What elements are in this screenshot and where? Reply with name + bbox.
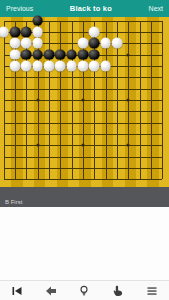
white-stone: [32, 38, 43, 49]
hint-bulb-icon[interactable]: [77, 284, 91, 298]
hoshi-point: [127, 144, 130, 147]
white-stone: [78, 38, 89, 49]
board-grid-line: [4, 111, 163, 112]
white-stone: [10, 61, 21, 72]
app-screen: Previous Black to ko Next B First: [0, 0, 169, 300]
hoshi-point: [82, 144, 85, 147]
back-icon[interactable]: [44, 284, 58, 298]
board-grid-line: [4, 179, 163, 180]
hand-icon[interactable]: [111, 284, 125, 298]
white-stone: [32, 61, 43, 72]
black-stone: [78, 49, 89, 60]
white-stone: [44, 61, 55, 72]
page-title: Black to ko: [70, 4, 112, 13]
black-stone: [32, 49, 43, 60]
black-stone: [10, 27, 21, 38]
white-stone: [112, 38, 123, 49]
board-grid-line: [4, 123, 163, 124]
white-stone: [66, 61, 77, 72]
board-grid-line: [4, 89, 163, 90]
status-text: B First: [5, 199, 22, 205]
white-stone: [55, 61, 66, 72]
hoshi-point: [36, 99, 39, 102]
app-header: Previous Black to ko Next: [0, 0, 169, 17]
white-stone: [100, 38, 111, 49]
status-bar: B First: [0, 187, 169, 207]
board-grid-line: [4, 134, 163, 135]
empty-panel: [0, 207, 169, 280]
board-grid-line: [4, 21, 163, 22]
black-stone: [55, 49, 66, 60]
white-stone: [89, 61, 100, 72]
black-stone: [66, 49, 77, 60]
white-stone: [0, 27, 9, 38]
go-board[interactable]: [0, 17, 169, 187]
white-stone: [32, 27, 43, 38]
black-stone: [32, 15, 43, 26]
black-stone: [44, 49, 55, 60]
skip-to-start-icon[interactable]: [10, 284, 24, 298]
next-button[interactable]: Next: [149, 5, 163, 12]
hoshi-point: [127, 53, 130, 56]
white-stone: [78, 61, 89, 72]
black-stone: [89, 38, 100, 49]
white-stone: [100, 61, 111, 72]
white-stone: [21, 61, 32, 72]
hoshi-point: [36, 144, 39, 147]
bottom-toolbar: [0, 280, 169, 300]
white-stone: [10, 38, 21, 49]
board-grid-line: [4, 77, 163, 78]
white-stone: [10, 49, 21, 60]
hoshi-point: [127, 99, 130, 102]
previous-button[interactable]: Previous: [6, 5, 33, 12]
white-stone: [21, 38, 32, 49]
menu-icon[interactable]: [145, 284, 159, 298]
board-grid-line: [4, 157, 163, 158]
black-stone: [21, 49, 32, 60]
board-grid-line: [4, 168, 163, 169]
black-stone: [21, 27, 32, 38]
board-grid-line: [162, 21, 163, 180]
white-stone: [89, 27, 100, 38]
black-stone: [89, 49, 100, 60]
hoshi-point: [82, 99, 85, 102]
